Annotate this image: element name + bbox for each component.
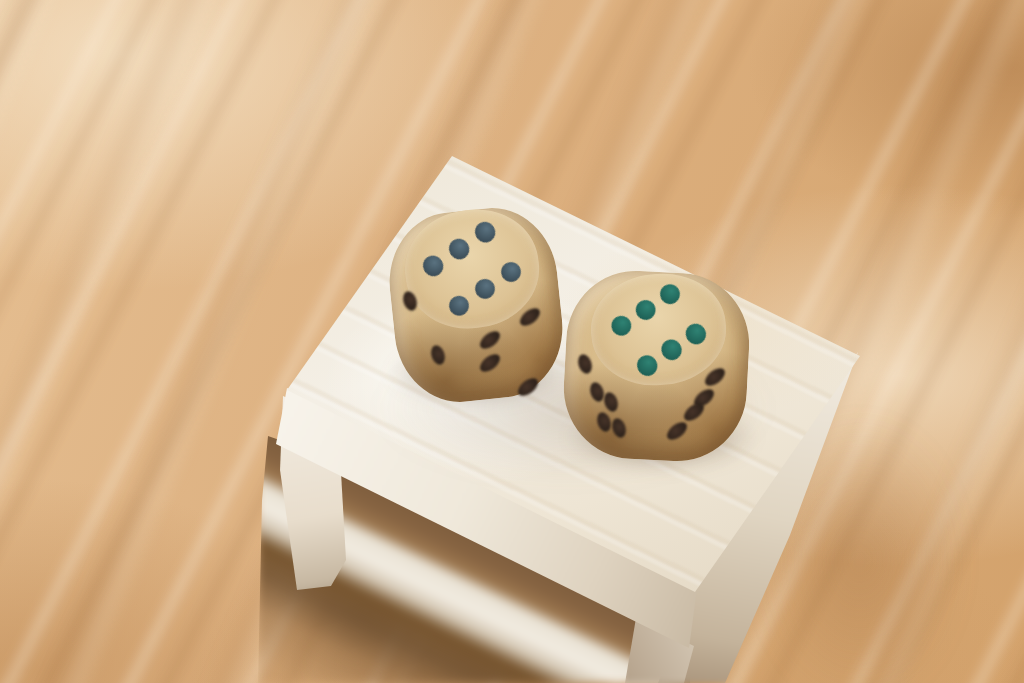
- photo-scene: [0, 0, 1024, 683]
- pip: [682, 319, 710, 347]
- pip: [472, 275, 500, 303]
- die-right: [565, 272, 748, 460]
- pip: [657, 335, 685, 363]
- pip: [446, 292, 474, 320]
- pip: [656, 279, 684, 307]
- pip: [420, 252, 448, 280]
- pip: [631, 295, 659, 323]
- pip: [498, 258, 526, 286]
- pip: [607, 311, 635, 339]
- pip: [633, 351, 661, 379]
- pip: [472, 218, 500, 246]
- pip: [446, 235, 474, 263]
- die-left: [392, 210, 560, 400]
